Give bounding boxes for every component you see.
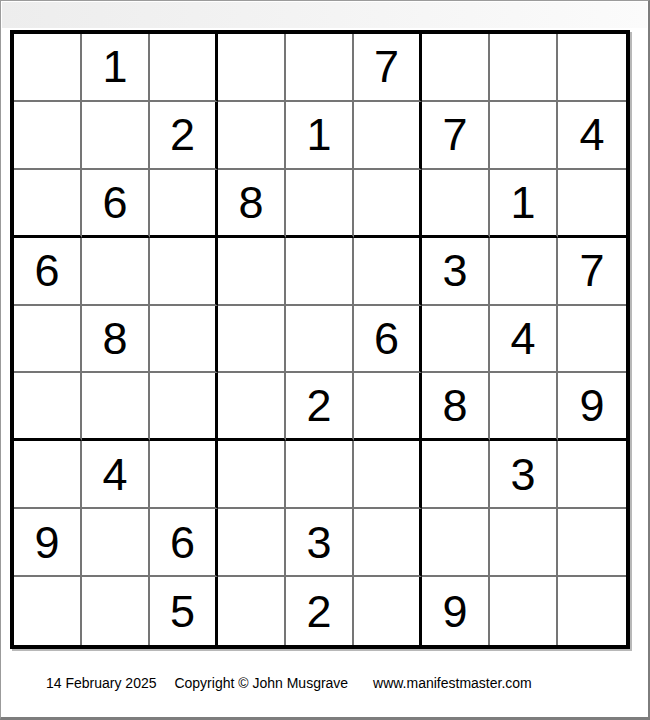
cell-r6c1[interactable]: [14, 373, 82, 441]
cell-r2c6[interactable]: [354, 102, 422, 170]
cell-r2c8[interactable]: [490, 102, 558, 170]
cell-r8c3[interactable]: 6: [150, 509, 218, 577]
cell-r8c6[interactable]: [354, 509, 422, 577]
cell-r1c2[interactable]: 1: [82, 34, 150, 102]
footer-website: www.manifestmaster.com: [373, 675, 532, 691]
footer-date: 14 February 2025: [46, 675, 157, 691]
cell-r8c2[interactable]: [82, 509, 150, 577]
cell-r5c8[interactable]: 4: [490, 306, 558, 374]
cell-r5c9[interactable]: [558, 306, 626, 374]
cell-r8c9[interactable]: [558, 509, 626, 577]
cell-r2c4[interactable]: [218, 102, 286, 170]
cell-r3c5[interactable]: [286, 170, 354, 238]
cell-r8c5[interactable]: 3: [286, 509, 354, 577]
cell-r5c6[interactable]: 6: [354, 306, 422, 374]
cell-r1c5[interactable]: [286, 34, 354, 102]
cell-r7c4[interactable]: [218, 441, 286, 509]
cell-r1c4[interactable]: [218, 34, 286, 102]
cell-r9c1[interactable]: [14, 577, 82, 645]
cell-r1c8[interactable]: [490, 34, 558, 102]
cell-r5c2[interactable]: 8: [82, 306, 150, 374]
cell-r4c7[interactable]: 3: [422, 238, 490, 306]
cell-r5c7[interactable]: [422, 306, 490, 374]
cell-r3c4[interactable]: 8: [218, 170, 286, 238]
cell-r9c7[interactable]: 9: [422, 577, 490, 645]
cell-r4c4[interactable]: [218, 238, 286, 306]
cell-r9c8[interactable]: [490, 577, 558, 645]
sudoku-board: 17217468163786428943963529: [10, 30, 630, 649]
cell-r2c3[interactable]: 2: [150, 102, 218, 170]
cell-r7c7[interactable]: [422, 441, 490, 509]
cell-r9c5[interactable]: 2: [286, 577, 354, 645]
cell-r1c1[interactable]: [14, 34, 82, 102]
cell-r9c9[interactable]: [558, 577, 626, 645]
cell-r3c1[interactable]: [14, 170, 82, 238]
cell-r6c3[interactable]: [150, 373, 218, 441]
cell-r4c8[interactable]: [490, 238, 558, 306]
cell-r2c9[interactable]: 4: [558, 102, 626, 170]
cell-r1c9[interactable]: [558, 34, 626, 102]
cell-r5c3[interactable]: [150, 306, 218, 374]
cell-r2c2[interactable]: [82, 102, 150, 170]
cell-r8c4[interactable]: [218, 509, 286, 577]
cell-r6c2[interactable]: [82, 373, 150, 441]
cell-r3c2[interactable]: 6: [82, 170, 150, 238]
puzzle-page: 17217468163786428943963529 14 February 2…: [0, 0, 650, 720]
cell-r7c1[interactable]: [14, 441, 82, 509]
cell-r4c9[interactable]: 7: [558, 238, 626, 306]
cell-r2c5[interactable]: 1: [286, 102, 354, 170]
cell-r6c7[interactable]: 8: [422, 373, 490, 441]
cell-r7c3[interactable]: [150, 441, 218, 509]
cell-r4c1[interactable]: 6: [14, 238, 82, 306]
cell-r6c6[interactable]: [354, 373, 422, 441]
cell-r4c2[interactable]: [82, 238, 150, 306]
footer-copyright: Copyright © John Musgrave: [174, 675, 348, 691]
cell-r1c6[interactable]: 7: [354, 34, 422, 102]
cell-r3c9[interactable]: [558, 170, 626, 238]
cell-r3c7[interactable]: [422, 170, 490, 238]
cell-r9c3[interactable]: 5: [150, 577, 218, 645]
cell-r2c1[interactable]: [14, 102, 82, 170]
cell-r8c8[interactable]: [490, 509, 558, 577]
footer: 14 February 2025 Copyright © John Musgra…: [46, 675, 532, 691]
cell-r3c6[interactable]: [354, 170, 422, 238]
cell-r7c2[interactable]: 4: [82, 441, 150, 509]
cell-r8c1[interactable]: 9: [14, 509, 82, 577]
cell-r1c7[interactable]: [422, 34, 490, 102]
cell-r9c6[interactable]: [354, 577, 422, 645]
cell-r9c4[interactable]: [218, 577, 286, 645]
cell-r9c2[interactable]: [82, 577, 150, 645]
cell-r4c5[interactable]: [286, 238, 354, 306]
cell-r2c7[interactable]: 7: [422, 102, 490, 170]
cell-r3c8[interactable]: 1: [490, 170, 558, 238]
cell-r5c1[interactable]: [14, 306, 82, 374]
cell-r8c7[interactable]: [422, 509, 490, 577]
cell-r6c5[interactable]: 2: [286, 373, 354, 441]
cell-r5c5[interactable]: [286, 306, 354, 374]
cell-r6c4[interactable]: [218, 373, 286, 441]
cell-r7c6[interactable]: [354, 441, 422, 509]
cell-r4c6[interactable]: [354, 238, 422, 306]
cell-r5c4[interactable]: [218, 306, 286, 374]
cell-r7c9[interactable]: [558, 441, 626, 509]
cell-r7c5[interactable]: [286, 441, 354, 509]
cell-r6c9[interactable]: 9: [558, 373, 626, 441]
top-strip: [2, 2, 647, 28]
cell-r1c3[interactable]: [150, 34, 218, 102]
cell-r3c3[interactable]: [150, 170, 218, 238]
cell-r4c3[interactable]: [150, 238, 218, 306]
cell-r6c8[interactable]: [490, 373, 558, 441]
cell-r7c8[interactable]: 3: [490, 441, 558, 509]
